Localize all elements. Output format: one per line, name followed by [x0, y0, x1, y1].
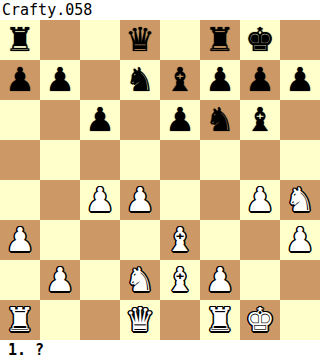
square-f2[interactable]: ♟ [200, 260, 240, 300]
square-b2[interactable]: ♟ [40, 260, 80, 300]
piece-black-pawn[interactable]: ♟ [205, 60, 235, 100]
square-c2[interactable] [80, 260, 120, 300]
piece-white-pawn[interactable]: ♟ [125, 180, 155, 220]
piece-white-rook[interactable]: ♜ [205, 300, 235, 340]
square-d2[interactable]: ♞ [120, 260, 160, 300]
square-c8[interactable] [80, 20, 120, 60]
piece-white-pawn[interactable]: ♟ [245, 180, 275, 220]
square-g7[interactable]: ♟ [240, 60, 280, 100]
square-e5[interactable] [160, 140, 200, 180]
square-g3[interactable] [240, 220, 280, 260]
square-h6[interactable] [280, 100, 320, 140]
square-g2[interactable] [240, 260, 280, 300]
square-e1[interactable] [160, 300, 200, 340]
square-h1[interactable] [280, 300, 320, 340]
square-b8[interactable] [40, 20, 80, 60]
square-a6[interactable] [0, 100, 40, 140]
square-d7[interactable]: ♞ [120, 60, 160, 100]
square-e8[interactable] [160, 20, 200, 60]
square-d3[interactable] [120, 220, 160, 260]
piece-white-rook[interactable]: ♜ [5, 300, 35, 340]
piece-white-pawn[interactable]: ♟ [205, 260, 235, 300]
square-c7[interactable] [80, 60, 120, 100]
square-g8[interactable]: ♚ [240, 20, 280, 60]
square-a2[interactable] [0, 260, 40, 300]
piece-black-rook[interactable]: ♜ [205, 20, 235, 60]
square-d6[interactable] [120, 100, 160, 140]
square-e4[interactable] [160, 180, 200, 220]
piece-black-rook[interactable]: ♜ [5, 20, 35, 60]
square-f4[interactable] [200, 180, 240, 220]
square-f7[interactable]: ♟ [200, 60, 240, 100]
square-e2[interactable]: ♝ [160, 260, 200, 300]
piece-white-pawn[interactable]: ♟ [85, 180, 115, 220]
square-d5[interactable] [120, 140, 160, 180]
square-h3[interactable]: ♟ [280, 220, 320, 260]
square-f8[interactable]: ♜ [200, 20, 240, 60]
square-c3[interactable] [80, 220, 120, 260]
square-a1[interactable]: ♜ [0, 300, 40, 340]
square-d4[interactable]: ♟ [120, 180, 160, 220]
square-a3[interactable]: ♟ [0, 220, 40, 260]
piece-white-knight[interactable]: ♞ [285, 180, 315, 220]
square-g4[interactable]: ♟ [240, 180, 280, 220]
piece-white-bishop[interactable]: ♝ [165, 220, 195, 260]
square-g6[interactable]: ♝ [240, 100, 280, 140]
chess-board: ♜♛♜♚♟♟♞♝♟♟♟♟♟♞♝♟♟♟♞♟♝♟♟♞♝♟♜♛♜♚ [0, 20, 320, 340]
square-e7[interactable]: ♝ [160, 60, 200, 100]
piece-white-queen[interactable]: ♛ [125, 300, 155, 340]
square-c6[interactable]: ♟ [80, 100, 120, 140]
square-h2[interactable] [280, 260, 320, 300]
piece-black-pawn[interactable]: ♟ [85, 100, 115, 140]
square-b4[interactable] [40, 180, 80, 220]
square-a5[interactable] [0, 140, 40, 180]
square-h8[interactable] [280, 20, 320, 60]
square-c4[interactable]: ♟ [80, 180, 120, 220]
square-b1[interactable] [40, 300, 80, 340]
square-b3[interactable] [40, 220, 80, 260]
piece-black-knight[interactable]: ♞ [205, 100, 235, 140]
move-prompt: 1. ? [0, 340, 320, 360]
square-a7[interactable]: ♟ [0, 60, 40, 100]
square-e6[interactable]: ♟ [160, 100, 200, 140]
piece-black-pawn[interactable]: ♟ [245, 60, 275, 100]
square-d1[interactable]: ♛ [120, 300, 160, 340]
square-d8[interactable]: ♛ [120, 20, 160, 60]
piece-white-knight[interactable]: ♞ [125, 260, 155, 300]
piece-white-king[interactable]: ♚ [245, 300, 275, 340]
square-a4[interactable] [0, 180, 40, 220]
square-e3[interactable]: ♝ [160, 220, 200, 260]
piece-white-pawn[interactable]: ♟ [45, 260, 75, 300]
square-g1[interactable]: ♚ [240, 300, 280, 340]
square-h7[interactable]: ♟ [280, 60, 320, 100]
square-f3[interactable] [200, 220, 240, 260]
piece-black-pawn[interactable]: ♟ [5, 60, 35, 100]
square-b5[interactable] [40, 140, 80, 180]
square-c1[interactable] [80, 300, 120, 340]
square-f5[interactable] [200, 140, 240, 180]
piece-black-knight[interactable]: ♞ [125, 60, 155, 100]
piece-white-bishop[interactable]: ♝ [165, 260, 195, 300]
window-title: Crafty.058 [0, 0, 320, 20]
piece-black-queen[interactable]: ♛ [125, 20, 155, 60]
piece-black-bishop[interactable]: ♝ [245, 100, 275, 140]
piece-black-pawn[interactable]: ♟ [165, 100, 195, 140]
square-a8[interactable]: ♜ [0, 20, 40, 60]
square-f6[interactable]: ♞ [200, 100, 240, 140]
square-g5[interactable] [240, 140, 280, 180]
piece-white-pawn[interactable]: ♟ [5, 220, 35, 260]
piece-black-pawn[interactable]: ♟ [45, 60, 75, 100]
piece-black-pawn[interactable]: ♟ [285, 60, 315, 100]
square-f1[interactable]: ♜ [200, 300, 240, 340]
square-c5[interactable] [80, 140, 120, 180]
piece-black-king[interactable]: ♚ [245, 20, 275, 60]
square-h5[interactable] [280, 140, 320, 180]
piece-black-bishop[interactable]: ♝ [165, 60, 195, 100]
square-b7[interactable]: ♟ [40, 60, 80, 100]
square-h4[interactable]: ♞ [280, 180, 320, 220]
piece-white-pawn[interactable]: ♟ [285, 220, 315, 260]
square-b6[interactable] [40, 100, 80, 140]
